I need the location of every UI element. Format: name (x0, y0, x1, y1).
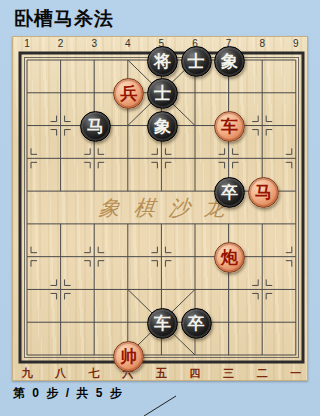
piece-red-general[interactable]: 帅 (113, 341, 144, 372)
file-label: 3 (85, 38, 103, 49)
piece-black-soldier[interactable]: 卒 (181, 308, 212, 339)
piece-red-chariot[interactable]: 车 (214, 111, 245, 142)
file-label: 七 (85, 366, 103, 381)
piece-black-advisor[interactable]: 士 (181, 46, 212, 77)
piece-black-chariot[interactable]: 车 (147, 308, 178, 339)
piece-red-horse[interactable]: 马 (248, 177, 279, 208)
move-counter: 第 0 步 / 共 5 步 (13, 385, 124, 402)
file-label: 三 (220, 366, 238, 381)
piece-black-soldier[interactable]: 卒 (214, 177, 245, 208)
file-label: 四 (186, 366, 204, 381)
file-label: 2 (52, 38, 70, 49)
file-label: 9 (287, 38, 305, 49)
file-label: 九 (18, 366, 36, 381)
piece-black-elephant[interactable]: 象 (214, 46, 245, 77)
piece-black-general[interactable]: 将 (147, 46, 178, 77)
file-label: 五 (152, 366, 170, 381)
piece-black-horse[interactable]: 马 (80, 111, 111, 142)
app-window: 卧槽马杀法 123456789 九八七六五四三二一 象棋沙龙 将士象兵士马象车卒… (0, 0, 320, 416)
file-label: 一 (287, 366, 305, 381)
file-label: 4 (119, 38, 137, 49)
file-label: 八 (52, 366, 70, 381)
piece-black-advisor[interactable]: 士 (147, 78, 178, 109)
file-label: 8 (253, 38, 271, 49)
piece-black-elephant[interactable]: 象 (147, 111, 178, 142)
file-label: 1 (18, 38, 36, 49)
file-label: 二 (253, 366, 271, 381)
page-title: 卧槽马杀法 (14, 6, 114, 32)
